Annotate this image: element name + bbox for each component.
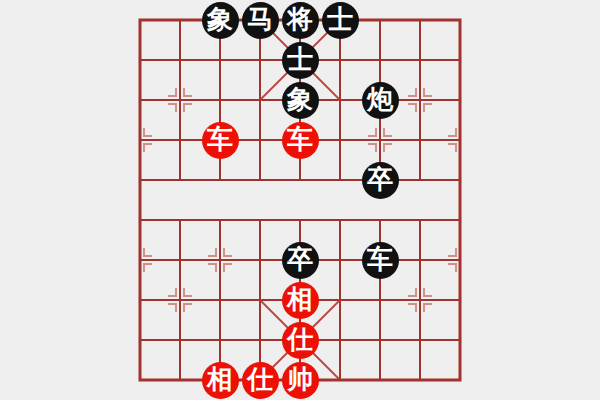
piece-label: 相 [287,286,313,312]
piece-black-pawn[interactable]: 卒 [282,242,319,279]
pieces-layer: 象马将士士象炮车车卒卒车相仕相仕帅 [120,0,480,400]
piece-black-elephant[interactable]: 象 [282,82,319,119]
xiangqi-board: 象马将士士象炮车车卒卒车相仕相仕帅 [0,0,600,400]
piece-label: 相 [207,366,233,392]
piece-red-advisor[interactable]: 仕 [282,322,319,359]
piece-label: 象 [287,86,313,112]
piece-red-elephant[interactable]: 相 [202,362,239,399]
piece-label: 卒 [367,166,393,192]
piece-label: 仕 [247,366,273,392]
piece-label: 仕 [287,326,313,352]
piece-black-advisor[interactable]: 士 [282,42,319,79]
piece-black-pawn[interactable]: 卒 [362,162,399,199]
piece-black-horse[interactable]: 马 [242,2,279,39]
piece-label: 炮 [367,86,393,112]
piece-label: 士 [327,6,353,32]
piece-label: 车 [287,126,313,152]
piece-label: 帅 [287,366,313,392]
piece-black-chariot[interactable]: 车 [362,242,399,279]
piece-red-chariot[interactable]: 车 [282,122,319,159]
piece-red-general[interactable]: 帅 [282,362,319,399]
piece-label: 象 [207,6,233,32]
piece-label: 将 [287,6,313,32]
piece-black-cannon[interactable]: 炮 [362,82,399,119]
piece-label: 车 [367,246,393,272]
piece-label: 卒 [287,246,313,272]
piece-red-chariot[interactable]: 车 [202,122,239,159]
piece-black-elephant[interactable]: 象 [202,2,239,39]
piece-label: 马 [247,6,273,32]
piece-red-advisor[interactable]: 仕 [242,362,279,399]
piece-black-advisor[interactable]: 士 [322,2,359,39]
piece-label: 士 [287,46,313,72]
piece-label: 车 [207,126,233,152]
piece-red-elephant[interactable]: 相 [282,282,319,319]
piece-black-general[interactable]: 将 [282,2,319,39]
